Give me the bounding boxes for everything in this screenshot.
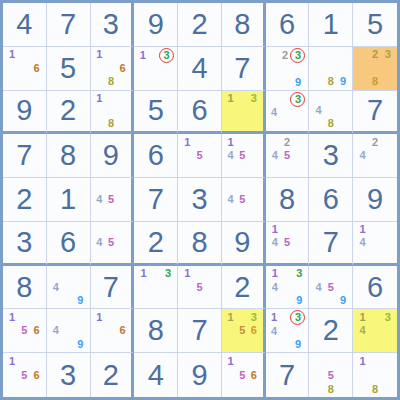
candidate-1: 1: [94, 310, 106, 324]
cell-r2c1[interactable]: 16: [3, 47, 47, 91]
candidate-4: 4: [269, 149, 281, 163]
cell-value: 9: [16, 96, 32, 125]
cell-r8c9[interactable]: 134: [353, 309, 397, 353]
cell-r7c8[interactable]: 459: [309, 266, 353, 310]
candidate-4: 4: [94, 193, 106, 207]
cell-value: 8: [16, 273, 32, 302]
candidate-1: 1: [137, 48, 148, 63]
candidates: 145: [269, 223, 306, 262]
cell-value: 7: [148, 185, 164, 214]
candidate-5: 5: [281, 149, 293, 163]
candidate-2: 2: [369, 48, 382, 62]
cell-value: 6: [191, 96, 207, 125]
candidates: 89: [312, 48, 349, 89]
candidates: 45: [225, 179, 260, 220]
candidates: 13: [137, 267, 174, 308]
candidate-1: 1: [269, 310, 280, 325]
candidate-3-circled-red: 3: [290, 310, 305, 325]
cell-r3c3[interactable]: 18: [91, 91, 135, 135]
candidate-9: 9: [293, 294, 305, 308]
cell-r9c7[interactable]: 7: [266, 353, 310, 397]
candidates: 168: [94, 48, 129, 89]
cell-r9c3[interactable]: 2: [91, 353, 135, 397]
candidates: 1349: [269, 310, 306, 351]
cell-value: 6: [148, 141, 164, 170]
candidates: 156: [225, 354, 260, 396]
candidate-4: 4: [356, 236, 369, 249]
cell-value: 3: [60, 361, 76, 390]
cell-value: 7: [234, 54, 250, 83]
cell-value: 8: [148, 316, 164, 345]
candidates: 13: [225, 92, 260, 131]
candidate-4: 4: [50, 280, 62, 294]
candidate-1: 1: [6, 310, 18, 324]
cell-r2c3[interactable]: 168: [91, 47, 135, 91]
cell-value: 2: [60, 96, 76, 125]
cell-r9c9[interactable]: 18: [353, 353, 397, 397]
cell-value: 3: [103, 10, 119, 39]
candidate-1: 1: [225, 310, 237, 324]
cell-value: 3: [323, 141, 339, 170]
cell-value: 7: [60, 10, 76, 39]
candidate-1: 1: [269, 267, 281, 281]
candidates: 34: [269, 92, 306, 131]
candidate-1: 1: [356, 310, 369, 324]
cell-r6c8[interactable]: 7: [309, 222, 353, 266]
candidates: 245: [269, 135, 306, 176]
candidate-1: 1: [181, 135, 193, 149]
candidate-4: 4: [50, 324, 62, 338]
candidates: 45: [94, 223, 129, 262]
cell-value: 7: [191, 316, 207, 345]
candidates: 239: [269, 48, 306, 89]
cell-r5c2[interactable]: 1: [47, 178, 91, 222]
cell-r4c9[interactable]: 24: [353, 134, 397, 178]
candidate-4: 4: [356, 324, 369, 338]
candidate-4: 4: [94, 236, 106, 249]
candidate-9: 9: [337, 75, 349, 89]
cell-r2c7[interactable]: 239: [266, 47, 310, 91]
cell-value: 3: [191, 185, 207, 214]
candidates: 238: [356, 48, 394, 89]
cell-r1c8[interactable]: 1: [309, 3, 353, 47]
cell-r8c3[interactable]: 16: [91, 309, 135, 353]
cell-r9c8[interactable]: 58: [309, 353, 353, 397]
candidate-4: 4: [269, 325, 280, 338]
cell-r3c5[interactable]: 6: [178, 91, 222, 135]
candidate-4: 4: [356, 149, 369, 163]
candidates: 18: [94, 92, 129, 131]
candidate-1: 1: [94, 48, 106, 62]
cell-r4c5[interactable]: 15: [178, 134, 222, 178]
candidates: 134: [356, 310, 394, 351]
cell-value: 3: [16, 228, 32, 257]
cell-r6c4[interactable]: 2: [134, 222, 178, 266]
cell-value: 9: [191, 361, 207, 390]
cell-r1c4[interactable]: 9: [134, 3, 178, 47]
cell-r8c5[interactable]: 7: [178, 309, 222, 353]
cell-r4c8[interactable]: 3: [309, 134, 353, 178]
candidate-1: 1: [269, 223, 281, 236]
candidates: 1349: [269, 267, 306, 308]
candidate-8: 8: [105, 117, 117, 130]
candidate-4: 4: [312, 280, 324, 294]
cell-value: 2: [191, 10, 207, 39]
cell-r8c7[interactable]: 1349: [266, 309, 310, 353]
cell-r7c2[interactable]: 49: [47, 266, 91, 310]
cell-value: 1: [323, 10, 339, 39]
candidates: 14: [356, 223, 394, 262]
candidate-5: 5: [281, 236, 293, 249]
cell-r8c4[interactable]: 8: [134, 309, 178, 353]
cell-r5c4[interactable]: 7: [134, 178, 178, 222]
cell-r6c2[interactable]: 6: [47, 222, 91, 266]
cell-r1c1[interactable]: 4: [3, 3, 47, 47]
cell-r4c1[interactable]: 7: [3, 134, 47, 178]
cell-value: 5: [148, 96, 164, 125]
cell-value: 7: [279, 361, 295, 390]
cell-value: 8: [60, 141, 76, 170]
cell-r4c6[interactable]: 145: [222, 134, 266, 178]
candidates: 49: [50, 267, 87, 308]
candidate-1: 1: [225, 135, 237, 149]
candidates: 156: [6, 354, 43, 396]
candidate-1: 1: [137, 267, 149, 281]
cell-r2c2[interactable]: 5: [47, 47, 91, 91]
cell-value: 6: [367, 273, 383, 302]
candidate-3: 3: [248, 310, 260, 324]
candidate-4: 4: [269, 236, 281, 249]
cell-r5c1[interactable]: 2: [3, 178, 47, 222]
candidate-5: 5: [193, 149, 205, 163]
candidate-2: 2: [281, 135, 293, 149]
candidate-1: 1: [6, 48, 18, 62]
cell-r5c3[interactable]: 45: [91, 178, 135, 222]
candidate-3-circled-red: 3: [290, 92, 305, 107]
cell-r6c5[interactable]: 8: [178, 222, 222, 266]
cell-r5c6[interactable]: 45: [222, 178, 266, 222]
cell-r4c2[interactable]: 8: [47, 134, 91, 178]
cell-r2c5[interactable]: 4: [178, 47, 222, 91]
cell-r5c7[interactable]: 8: [266, 178, 310, 222]
cell-value: 2: [103, 361, 119, 390]
candidate-5: 5: [18, 324, 30, 338]
cell-r9c6[interactable]: 156: [222, 353, 266, 397]
candidate-6: 6: [117, 324, 129, 338]
cell-value: 6: [279, 10, 295, 39]
candidate-8: 8: [105, 75, 117, 89]
cell-value: 8: [191, 228, 207, 257]
cell-r7c3[interactable]: 7: [91, 266, 135, 310]
cell-value: 1: [60, 185, 76, 214]
cell-value: 2: [234, 273, 250, 302]
candidate-9: 9: [74, 338, 86, 352]
candidate-1: 1: [225, 92, 237, 105]
candidates: 15: [181, 267, 218, 308]
cell-r7c6[interactable]: 2: [222, 266, 266, 310]
candidates: 15: [181, 135, 218, 176]
candidate-9: 9: [337, 294, 349, 308]
candidate-8: 8: [325, 75, 337, 89]
cell-r1c6[interactable]: 8: [222, 3, 266, 47]
cell-r2c6[interactable]: 7: [222, 47, 266, 91]
cell-value: 2: [148, 228, 164, 257]
candidate-1: 1: [181, 267, 193, 281]
candidate-6: 6: [248, 324, 260, 338]
cell-value: 2: [323, 316, 339, 345]
candidates: 58: [312, 354, 349, 396]
candidate-1: 1: [356, 354, 369, 368]
cell-value: 7: [323, 228, 339, 257]
cell-r3c6[interactable]: 13: [222, 91, 266, 135]
candidate-5: 5: [236, 193, 248, 207]
candidate-4: 4: [225, 193, 237, 207]
cell-value: 5: [367, 10, 383, 39]
cell-value: 9: [234, 228, 250, 257]
cell-r3c7[interactable]: 34: [266, 91, 310, 135]
cell-r6c6[interactable]: 9: [222, 222, 266, 266]
cell-r8c1[interactable]: 156: [3, 309, 47, 353]
cell-r3c1[interactable]: 9: [3, 91, 47, 135]
candidates: 45: [94, 179, 129, 220]
candidate-4: 4: [269, 280, 281, 294]
cell-r9c5[interactable]: 9: [178, 353, 222, 397]
cell-r9c2[interactable]: 3: [47, 353, 91, 397]
cell-r1c7[interactable]: 6: [266, 3, 310, 47]
cell-r9c1[interactable]: 156: [3, 353, 47, 397]
cell-value: 9: [103, 141, 119, 170]
candidate-1: 1: [225, 354, 237, 368]
cell-r7c5[interactable]: 15: [178, 266, 222, 310]
candidates: 156: [6, 310, 43, 351]
candidates: 459: [312, 267, 349, 308]
cell-r4c3[interactable]: 9: [91, 134, 135, 178]
cell-r4c7[interactable]: 245: [266, 134, 310, 178]
cell-r1c2[interactable]: 7: [47, 3, 91, 47]
candidate-3: 3: [162, 267, 174, 281]
cell-r5c5[interactable]: 3: [178, 178, 222, 222]
candidates: 13: [137, 48, 174, 89]
cell-value: 9: [148, 10, 164, 39]
candidates: 1356: [225, 310, 260, 351]
cell-r7c7[interactable]: 1349: [266, 266, 310, 310]
candidate-9: 9: [290, 338, 305, 351]
candidate-5: 5: [236, 368, 248, 382]
candidate-3: 3: [248, 92, 260, 105]
candidate-6: 6: [31, 368, 43, 382]
candidate-8: 8: [325, 117, 337, 130]
candidates: 18: [356, 354, 394, 396]
cell-r1c3[interactable]: 3: [91, 3, 135, 47]
cell-value: 5: [60, 54, 76, 83]
candidate-1: 1: [356, 223, 369, 236]
candidate-5: 5: [193, 280, 205, 294]
cell-r2c8[interactable]: 89: [309, 47, 353, 91]
cell-value: 8: [234, 10, 250, 39]
cell-value: 7: [367, 96, 383, 125]
candidates: 49: [50, 310, 87, 351]
candidate-9: 9: [290, 76, 305, 89]
cell-r6c1[interactable]: 3: [3, 222, 47, 266]
cell-r3c8[interactable]: 48: [309, 91, 353, 135]
candidate-5: 5: [236, 149, 248, 163]
candidate-8: 8: [369, 382, 382, 396]
sudoku-board: 4739286151651681347239892389218561334487…: [0, 0, 400, 400]
cell-r2c4[interactable]: 13: [134, 47, 178, 91]
candidate-6: 6: [31, 324, 43, 338]
cell-r6c3[interactable]: 45: [91, 222, 135, 266]
candidate-3: 3: [381, 310, 394, 324]
cell-r5c8[interactable]: 6: [309, 178, 353, 222]
cell-value: 6: [323, 185, 339, 214]
candidate-2: 2: [280, 48, 291, 63]
cell-r5c9[interactable]: 9: [353, 178, 397, 222]
candidates: 16: [94, 310, 129, 351]
candidates: 145: [225, 135, 260, 176]
candidates: 16: [6, 48, 43, 89]
cell-value: 8: [279, 185, 295, 214]
candidate-2: 2: [369, 135, 382, 149]
cell-r7c1[interactable]: 8: [3, 266, 47, 310]
cell-value: 6: [60, 228, 76, 257]
candidate-3-circled-red: 3: [290, 48, 305, 63]
cell-r3c4[interactable]: 5: [134, 91, 178, 135]
cell-value: 7: [103, 273, 119, 302]
cell-value: 9: [367, 185, 383, 214]
cell-value: 2: [16, 185, 32, 214]
candidate-8: 8: [325, 382, 337, 396]
cell-value: 4: [191, 54, 207, 83]
candidate-3: 3: [381, 48, 394, 62]
candidate-1: 1: [94, 92, 106, 105]
candidate-6: 6: [117, 61, 129, 75]
candidates: 24: [356, 135, 394, 176]
candidates: 48: [312, 92, 349, 131]
candidate-8: 8: [369, 75, 382, 89]
cell-r6c9[interactable]: 14: [353, 222, 397, 266]
candidate-5: 5: [236, 324, 248, 338]
cell-value: 4: [148, 361, 164, 390]
candidate-9: 9: [74, 294, 86, 308]
candidate-4: 4: [269, 107, 280, 119]
candidate-3: 3: [293, 267, 305, 281]
cell-r6c7[interactable]: 145: [266, 222, 310, 266]
cell-r1c9[interactable]: 5: [353, 3, 397, 47]
candidate-5: 5: [105, 236, 117, 249]
cell-r3c9[interactable]: 7: [353, 91, 397, 135]
cell-value: 4: [16, 10, 32, 39]
candidate-4: 4: [225, 149, 237, 163]
candidate-6: 6: [31, 61, 43, 75]
candidate-1: 1: [6, 354, 18, 368]
cell-r7c4[interactable]: 13: [134, 266, 178, 310]
cell-r2c9[interactable]: 238: [353, 47, 397, 91]
candidate-5: 5: [105, 193, 117, 207]
cell-r8c2[interactable]: 49: [47, 309, 91, 353]
cell-r8c8[interactable]: 2: [309, 309, 353, 353]
cell-r1c5[interactable]: 2: [178, 3, 222, 47]
cell-r9c4[interactable]: 4: [134, 353, 178, 397]
cell-r4c4[interactable]: 6: [134, 134, 178, 178]
candidate-4: 4: [312, 104, 324, 117]
candidate-5: 5: [325, 280, 337, 294]
candidate-5: 5: [325, 368, 337, 382]
cell-r7c9[interactable]: 6: [353, 266, 397, 310]
candidate-5: 5: [18, 368, 30, 382]
candidate-6: 6: [248, 368, 260, 382]
cell-r3c2[interactable]: 2: [47, 91, 91, 135]
cell-value: 7: [16, 141, 32, 170]
candidate-3-circled-red: 3: [159, 48, 174, 63]
cell-r8c6[interactable]: 1356: [222, 309, 266, 353]
